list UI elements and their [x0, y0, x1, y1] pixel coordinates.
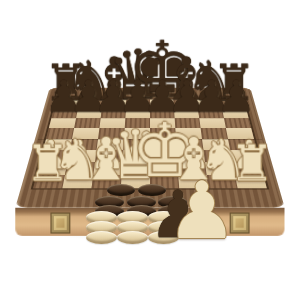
- chess-set-photo: ♜♞♝♛♚♝♞♜♟♟♟♟♟♟♟♟♟♟♟♟♟♟♟♟♜♞♝♛♚♝♞♜ ♟♟: [0, 0, 300, 300]
- piece-black-pawn-h7: ♟: [217, 75, 256, 119]
- display-pawn-white: ♟: [167, 172, 238, 251]
- checker-disc-dark: [107, 184, 135, 196]
- brass-clasp-left: [50, 213, 70, 234]
- checker-disc-light: [86, 231, 117, 244]
- square-h1: ♜: [235, 175, 267, 188]
- square-h7: ♟: [222, 109, 249, 119]
- board-scene: ♜♞♝♛♚♝♞♜♟♟♟♟♟♟♟♟♟♟♟♟♟♟♟♟♜♞♝♛♚♝♞♜: [0, 0, 300, 300]
- checker-disc-light: [117, 231, 148, 244]
